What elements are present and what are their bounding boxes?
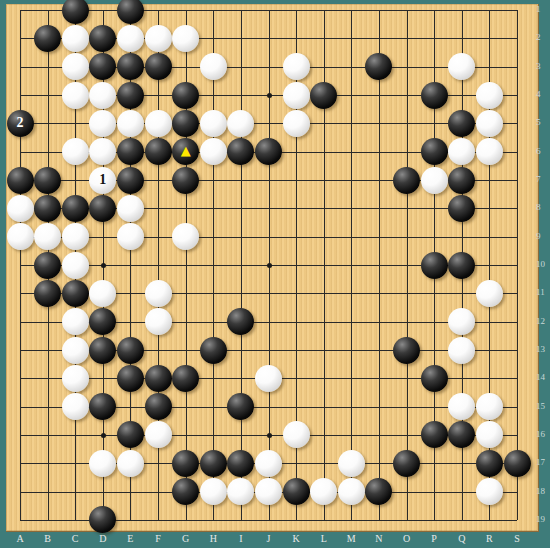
white-stone-C3[interactable] [62, 53, 89, 80]
black-stone-O17[interactable] [393, 450, 420, 477]
white-stone-E2[interactable] [117, 25, 144, 52]
white-stone-K4[interactable] [283, 82, 310, 109]
white-stone-C6[interactable] [62, 138, 89, 165]
black-stone-F3[interactable] [145, 53, 172, 80]
column-label-I: I [232, 533, 250, 544]
white-stone-R11[interactable] [476, 280, 503, 307]
black-stone-C1[interactable] [62, 0, 89, 24]
white-stone-J14[interactable] [255, 365, 282, 392]
column-label-A: A [11, 533, 29, 544]
black-stone-P10[interactable] [421, 252, 448, 279]
black-stone-P6[interactable] [421, 138, 448, 165]
star-point [267, 433, 272, 438]
black-stone-Q5[interactable] [448, 110, 475, 137]
black-stone-E3[interactable] [117, 53, 144, 80]
star-point [267, 93, 272, 98]
column-label-B: B [39, 533, 57, 544]
column-label-C: C [66, 533, 84, 544]
star-point [101, 263, 106, 268]
black-stone-B11[interactable] [34, 280, 61, 307]
white-stone-R18[interactable] [476, 478, 503, 505]
black-stone-G17[interactable] [172, 450, 199, 477]
row-label-17: 17 [536, 457, 550, 469]
white-stone-E17[interactable] [117, 450, 144, 477]
white-stone-C10[interactable] [62, 252, 89, 279]
black-stone-I17[interactable] [227, 450, 254, 477]
black-stone-H17[interactable] [200, 450, 227, 477]
column-label-R: R [480, 533, 498, 544]
white-stone-D11[interactable] [89, 280, 116, 307]
white-stone-D5[interactable] [89, 110, 116, 137]
black-stone-A5[interactable] [7, 110, 34, 137]
column-label-E: E [121, 533, 139, 544]
white-stone-E9[interactable] [117, 223, 144, 250]
row-label-18: 18 [536, 486, 550, 498]
white-stone-M18[interactable] [338, 478, 365, 505]
white-stone-R5[interactable] [476, 110, 503, 137]
black-stone-L4[interactable] [310, 82, 337, 109]
white-stone-I5[interactable] [227, 110, 254, 137]
black-stone-O7[interactable] [393, 167, 420, 194]
column-label-J: J [260, 533, 278, 544]
row-label-12: 12 [536, 316, 550, 328]
black-stone-S17[interactable] [504, 450, 531, 477]
black-stone-Q10[interactable] [448, 252, 475, 279]
column-label-F: F [149, 533, 167, 544]
black-stone-C8[interactable] [62, 195, 89, 222]
column-label-N: N [370, 533, 388, 544]
white-stone-D7[interactable] [89, 167, 116, 194]
row-label-4: 4 [536, 89, 550, 101]
white-stone-C14[interactable] [62, 365, 89, 392]
black-stone-Q7[interactable] [448, 167, 475, 194]
white-stone-Q13[interactable] [448, 337, 475, 364]
black-stone-C11[interactable] [62, 280, 89, 307]
black-stone-P16[interactable] [421, 421, 448, 448]
white-stone-C4[interactable] [62, 82, 89, 109]
black-stone-D8[interactable] [89, 195, 116, 222]
row-label-14: 14 [536, 372, 550, 384]
white-stone-K3[interactable] [283, 53, 310, 80]
black-stone-O13[interactable] [393, 337, 420, 364]
white-stone-E8[interactable] [117, 195, 144, 222]
white-stone-A9[interactable] [7, 223, 34, 250]
white-stone-K5[interactable] [283, 110, 310, 137]
white-stone-F5[interactable] [145, 110, 172, 137]
white-stone-P7[interactable] [421, 167, 448, 194]
row-label-10: 10 [536, 259, 550, 271]
column-label-Q: Q [453, 533, 471, 544]
white-stone-M17[interactable] [338, 450, 365, 477]
row-label-16: 16 [536, 429, 550, 441]
row-label-9: 9 [536, 231, 550, 243]
white-stone-H5[interactable] [200, 110, 227, 137]
column-label-S: S [508, 533, 526, 544]
grid-line-vertical [517, 10, 518, 520]
black-stone-D2[interactable] [89, 25, 116, 52]
white-stone-H6[interactable] [200, 138, 227, 165]
black-stone-B8[interactable] [34, 195, 61, 222]
grid-line-horizontal [20, 237, 517, 238]
column-label-K: K [287, 533, 305, 544]
white-stone-K16[interactable] [283, 421, 310, 448]
row-label-1: 1 [536, 4, 550, 16]
black-stone-D13[interactable] [89, 337, 116, 364]
black-stone-P14[interactable] [421, 365, 448, 392]
black-stone-A7[interactable] [7, 167, 34, 194]
column-label-L: L [315, 533, 333, 544]
black-stone-G7[interactable] [172, 167, 199, 194]
white-stone-H3[interactable] [200, 53, 227, 80]
white-stone-C9[interactable] [62, 223, 89, 250]
black-stone-F14[interactable] [145, 365, 172, 392]
white-stone-F11[interactable] [145, 280, 172, 307]
black-stone-G14[interactable] [172, 365, 199, 392]
row-label-5: 5 [536, 117, 550, 129]
white-stone-F16[interactable] [145, 421, 172, 448]
column-label-O: O [398, 533, 416, 544]
black-stone-H13[interactable] [200, 337, 227, 364]
grid-line-horizontal [20, 10, 517, 11]
white-stone-F2[interactable] [145, 25, 172, 52]
black-stone-G5[interactable] [172, 110, 199, 137]
black-stone-F15[interactable] [145, 393, 172, 420]
column-label-G: G [177, 533, 195, 544]
white-stone-G2[interactable] [172, 25, 199, 52]
star-point [267, 263, 272, 268]
row-label-11: 11 [536, 287, 550, 299]
white-stone-R15[interactable] [476, 393, 503, 420]
column-label-P: P [425, 533, 443, 544]
black-stone-E1[interactable] [117, 0, 144, 24]
white-stone-J18[interactable] [255, 478, 282, 505]
black-stone-B10[interactable] [34, 252, 61, 279]
black-stone-B2[interactable] [34, 25, 61, 52]
black-stone-J6[interactable] [255, 138, 282, 165]
white-stone-R6[interactable] [476, 138, 503, 165]
column-label-H: H [204, 533, 222, 544]
black-stone-F6[interactable] [145, 138, 172, 165]
row-label-19: 19 [536, 514, 550, 526]
black-stone-G4[interactable] [172, 82, 199, 109]
black-stone-K18[interactable] [283, 478, 310, 505]
black-stone-R17[interactable] [476, 450, 503, 477]
black-stone-E14[interactable] [117, 365, 144, 392]
white-stone-J17[interactable] [255, 450, 282, 477]
black-stone-B7[interactable] [34, 167, 61, 194]
white-stone-C15[interactable] [62, 393, 89, 420]
white-stone-A8[interactable] [7, 195, 34, 222]
white-stone-B9[interactable] [34, 223, 61, 250]
white-stone-C2[interactable] [62, 25, 89, 52]
black-stone-E7[interactable] [117, 167, 144, 194]
row-label-8: 8 [536, 202, 550, 214]
row-label-7: 7 [536, 174, 550, 186]
black-stone-E4[interactable] [117, 82, 144, 109]
white-stone-E5[interactable] [117, 110, 144, 137]
black-stone-P4[interactable] [421, 82, 448, 109]
white-stone-D4[interactable] [89, 82, 116, 109]
white-stone-R4[interactable] [476, 82, 503, 109]
black-stone-E6[interactable] [117, 138, 144, 165]
row-label-13: 13 [536, 344, 550, 356]
row-label-15: 15 [536, 401, 550, 413]
black-stone-Q8[interactable] [448, 195, 475, 222]
row-label-6: 6 [536, 146, 550, 158]
go-app-window: ▲12ABCDEFGHIJKLMNOPQRS123456789101112131… [0, 0, 550, 548]
white-stone-D17[interactable] [89, 450, 116, 477]
row-label-2: 2 [536, 32, 550, 44]
column-label-M: M [342, 533, 360, 544]
black-stone-E13[interactable] [117, 337, 144, 364]
white-stone-C13[interactable] [62, 337, 89, 364]
star-point [101, 433, 106, 438]
row-label-3: 3 [536, 61, 550, 73]
white-stone-H18[interactable] [200, 478, 227, 505]
column-label-D: D [94, 533, 112, 544]
white-stone-F12[interactable] [145, 308, 172, 335]
white-stone-C12[interactable] [62, 308, 89, 335]
